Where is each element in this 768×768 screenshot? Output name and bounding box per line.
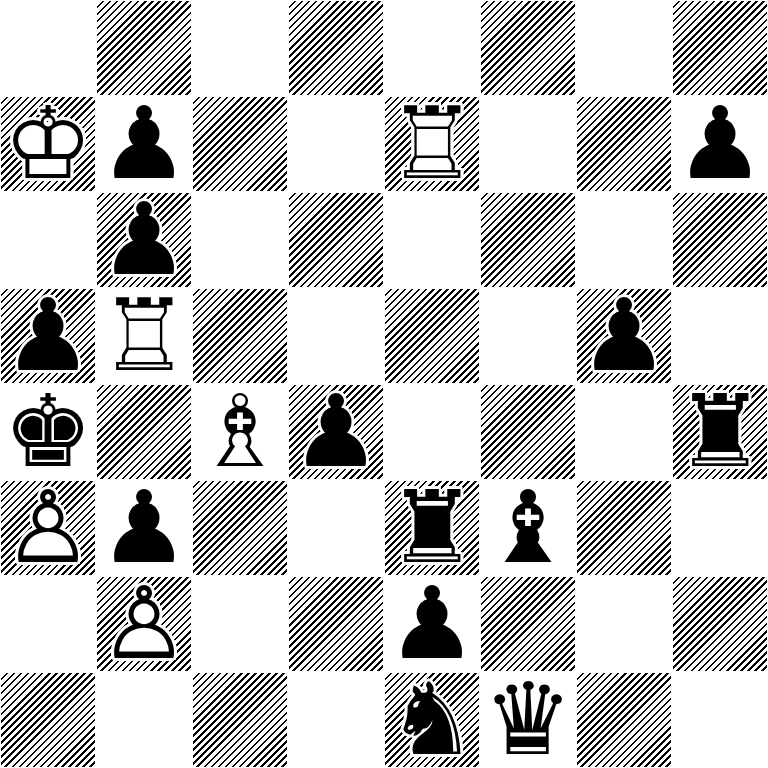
square-b3[interactable]: ♟: [96, 480, 192, 576]
square-d2[interactable]: [288, 576, 384, 672]
black-bishop-piece[interactable]: ♝: [480, 480, 576, 576]
square-d1[interactable]: [288, 672, 384, 768]
black-knight-piece[interactable]: ♞: [384, 672, 480, 768]
square-c4[interactable]: ♝♗: [192, 384, 288, 480]
square-c2[interactable]: [192, 576, 288, 672]
black-queen-piece[interactable]: ♛: [480, 672, 576, 768]
square-f1[interactable]: ♛: [480, 672, 576, 768]
square-b7[interactable]: ♟: [96, 96, 192, 192]
square-c7[interactable]: [192, 96, 288, 192]
square-e6[interactable]: [384, 192, 480, 288]
square-b2[interactable]: ♟♙: [96, 576, 192, 672]
square-d7[interactable]: [288, 96, 384, 192]
square-h3[interactable]: [672, 480, 768, 576]
square-c5[interactable]: [192, 288, 288, 384]
black-king-piece[interactable]: ♚: [0, 384, 96, 480]
square-b6[interactable]: ♟: [96, 192, 192, 288]
square-e7[interactable]: ♜♖: [384, 96, 480, 192]
black-pawn-piece[interactable]: ♟: [96, 192, 192, 288]
white-king-piece[interactable]: ♔: [0, 96, 96, 192]
square-f7[interactable]: [480, 96, 576, 192]
square-d6[interactable]: [288, 192, 384, 288]
square-c8[interactable]: [192, 0, 288, 96]
square-d4[interactable]: ♟: [288, 384, 384, 480]
square-g4[interactable]: [576, 384, 672, 480]
black-pawn-piece[interactable]: ♟: [384, 576, 480, 672]
square-f8[interactable]: [480, 0, 576, 96]
square-h7[interactable]: ♟: [672, 96, 768, 192]
square-g2[interactable]: [576, 576, 672, 672]
square-a1[interactable]: [0, 672, 96, 768]
black-pawn-piece[interactable]: ♟: [96, 96, 192, 192]
black-pawn-piece[interactable]: ♟: [672, 96, 768, 192]
square-f5[interactable]: [480, 288, 576, 384]
square-d5[interactable]: [288, 288, 384, 384]
square-b4[interactable]: [96, 384, 192, 480]
white-rook-piece[interactable]: ♖: [96, 288, 192, 384]
white-rook-piece[interactable]: ♖: [384, 96, 480, 192]
black-pawn-piece[interactable]: ♟: [576, 288, 672, 384]
square-c3[interactable]: [192, 480, 288, 576]
square-f3[interactable]: ♝: [480, 480, 576, 576]
square-h6[interactable]: [672, 192, 768, 288]
square-h8[interactable]: [672, 0, 768, 96]
square-e5[interactable]: [384, 288, 480, 384]
black-pawn-piece[interactable]: ♟: [288, 384, 384, 480]
black-pawn-piece[interactable]: ♟: [0, 288, 96, 384]
square-f6[interactable]: [480, 192, 576, 288]
square-g5[interactable]: ♟: [576, 288, 672, 384]
black-rook-piece[interactable]: ♜: [672, 384, 768, 480]
square-a5[interactable]: ♟: [0, 288, 96, 384]
square-h1[interactable]: [672, 672, 768, 768]
square-e2[interactable]: ♟: [384, 576, 480, 672]
square-d3[interactable]: [288, 480, 384, 576]
square-b1[interactable]: [96, 672, 192, 768]
square-e8[interactable]: [384, 0, 480, 96]
chess-board: ♚♔♟♜♖♟♟♟♜♖♟♚♝♗♟♜♟♙♟♜♝♟♙♟♞♛: [0, 0, 768, 768]
square-g6[interactable]: [576, 192, 672, 288]
square-a8[interactable]: [0, 0, 96, 96]
square-c1[interactable]: [192, 672, 288, 768]
square-h5[interactable]: [672, 288, 768, 384]
square-a3[interactable]: ♟♙: [0, 480, 96, 576]
square-c6[interactable]: [192, 192, 288, 288]
square-a4[interactable]: ♚: [0, 384, 96, 480]
square-g8[interactable]: [576, 0, 672, 96]
square-b8[interactable]: [96, 0, 192, 96]
square-e1[interactable]: ♞: [384, 672, 480, 768]
square-g3[interactable]: [576, 480, 672, 576]
white-pawn-piece[interactable]: ♙: [0, 480, 96, 576]
square-f4[interactable]: [480, 384, 576, 480]
square-e3[interactable]: ♜: [384, 480, 480, 576]
square-g7[interactable]: [576, 96, 672, 192]
square-g1[interactable]: [576, 672, 672, 768]
square-a7[interactable]: ♚♔: [0, 96, 96, 192]
square-e4[interactable]: [384, 384, 480, 480]
black-rook-piece[interactable]: ♜: [384, 480, 480, 576]
square-b5[interactable]: ♜♖: [96, 288, 192, 384]
white-pawn-piece[interactable]: ♙: [96, 576, 192, 672]
square-d8[interactable]: [288, 0, 384, 96]
square-h2[interactable]: [672, 576, 768, 672]
square-h4[interactable]: ♜: [672, 384, 768, 480]
square-f2[interactable]: [480, 576, 576, 672]
square-a2[interactable]: [0, 576, 96, 672]
black-pawn-piece[interactable]: ♟: [96, 480, 192, 576]
white-bishop-piece[interactable]: ♗: [192, 384, 288, 480]
square-a6[interactable]: [0, 192, 96, 288]
